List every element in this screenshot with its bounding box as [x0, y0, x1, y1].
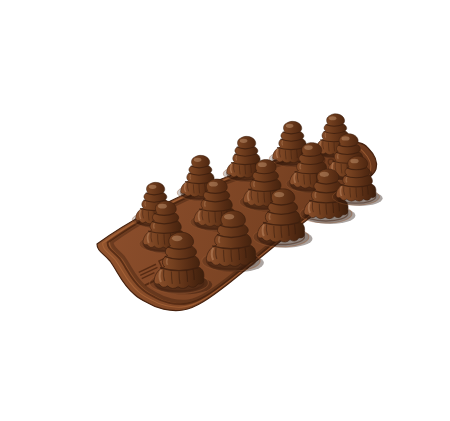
- product-photo-canvas: [0, 0, 450, 421]
- cavity-bumps-group: [132, 114, 382, 295]
- product-image: [0, 0, 450, 421]
